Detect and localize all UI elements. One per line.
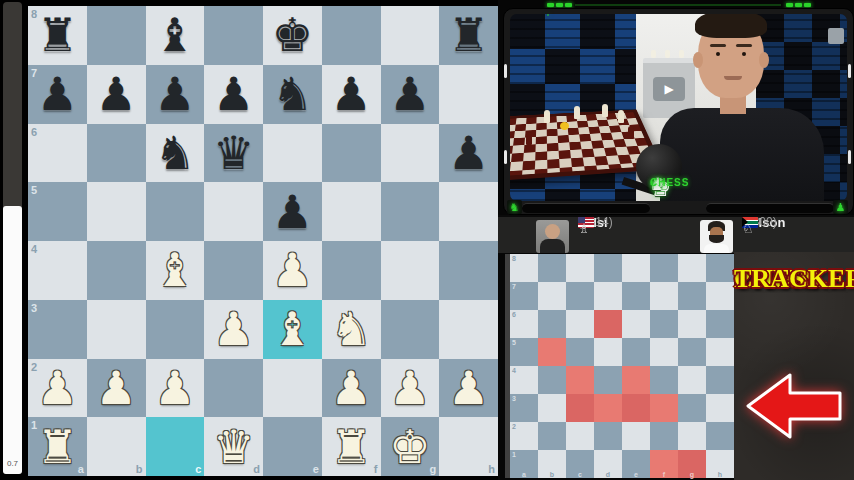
square-d3[interactable]: ♟ <box>204 300 263 359</box>
square-h8[interactable]: ♜ <box>439 6 498 65</box>
white-rook-f1: ♜ <box>322 417 381 476</box>
rank-label-5: 5 <box>31 184 37 196</box>
green-led-icon <box>786 3 793 7</box>
tracker-square-b3 <box>538 394 566 422</box>
square-h5[interactable] <box>439 182 498 241</box>
square-d5[interactable] <box>204 182 263 241</box>
eval-bar-white-fill <box>3 206 22 474</box>
captured-knight-icon: ♘ <box>742 222 754 235</box>
tracker-square-c3 <box>566 394 594 422</box>
tracker-square-a2: 2 <box>510 422 538 450</box>
black-pawn-a7: ♟ <box>28 65 87 124</box>
tracker-square-e2 <box>622 422 650 450</box>
tracker-square-g2 <box>678 422 706 450</box>
square-f1[interactable]: f♜ <box>322 417 381 476</box>
tracker-file-label-f: f <box>650 471 678 478</box>
tracker-square-f8 <box>650 254 678 282</box>
eval-value: 0.7 <box>3 459 22 468</box>
green-led-line <box>575 4 781 6</box>
square-f2[interactable]: ♟ <box>322 359 381 418</box>
tracker-square-c2 <box>566 422 594 450</box>
square-d4[interactable] <box>204 241 263 300</box>
black-pawn-g7: ♟ <box>381 65 440 124</box>
square-b5[interactable] <box>87 182 146 241</box>
black-pawn-h6: ♟ <box>439 124 498 183</box>
tracker-square-d1: d <box>594 450 622 478</box>
frame-dash <box>848 64 851 78</box>
tracker-rank-label-6: 6 <box>512 311 516 318</box>
red-arrow-left-icon <box>744 370 844 442</box>
streamer-eye <box>742 52 746 56</box>
tracker-panel: PITFALL CHESS TRACKER <box>734 252 854 480</box>
avatar-body <box>540 239 565 253</box>
square-f6[interactable] <box>322 124 381 183</box>
youtube-play-icon: ▶ <box>653 77 685 101</box>
green-led-icon <box>795 3 802 7</box>
tracker-square-e7 <box>622 282 650 310</box>
square-e2[interactable] <box>263 359 322 418</box>
tracker-square-d2 <box>594 422 622 450</box>
tracker-rank-label-4: 4 <box>512 367 516 374</box>
tracker-square-e3 <box>622 394 650 422</box>
square-c8[interactable]: ♝ <box>146 6 205 65</box>
square-g8[interactable] <box>381 6 440 65</box>
mini-trophy <box>665 50 670 58</box>
square-e3[interactable]: ♝ <box>263 300 322 359</box>
black-queen-d6: ♛ <box>204 124 263 183</box>
tracker-square-h2 <box>706 422 734 450</box>
square-h4[interactable] <box>439 241 498 300</box>
table-piece <box>602 104 608 117</box>
square-b2[interactable]: ♟ <box>87 359 146 418</box>
white-pawn-h2: ♟ <box>439 359 498 418</box>
square-c4[interactable]: ♝ <box>146 241 205 300</box>
green-led-icon <box>565 3 572 7</box>
square-g3[interactable] <box>381 300 440 359</box>
rank-label-3: 3 <box>31 302 37 314</box>
tracker-square-c6 <box>566 310 594 338</box>
green-led-icon <box>804 3 811 7</box>
square-g1[interactable]: g♚ <box>381 417 440 476</box>
file-label-h: h <box>488 463 495 475</box>
square-e1[interactable]: e <box>263 417 322 476</box>
avatar-shirt <box>704 244 729 253</box>
square-c7[interactable]: ♟ <box>146 65 205 124</box>
tracker-square-h4 <box>706 366 734 394</box>
square-a1[interactable]: 1a♜ <box>28 417 87 476</box>
pitfall-tracker-board: 87654321abcdefgh <box>510 254 734 478</box>
square-d1[interactable]: d♛ <box>204 417 263 476</box>
white-pawn-e4: ♟ <box>263 241 322 300</box>
green-led-icon <box>556 3 563 7</box>
tracker-square-f5 <box>650 338 678 366</box>
square-f4[interactable] <box>322 241 381 300</box>
streamer-badge: NM NELSON LOPEZ <box>547 14 549 16</box>
square-b7[interactable]: ♟ <box>87 65 146 124</box>
tracker-square-c1: c <box>566 450 594 478</box>
square-b8[interactable] <box>87 6 146 65</box>
black-pawn-d7: ♟ <box>204 65 263 124</box>
square-g7[interactable]: ♟ <box>381 65 440 124</box>
white-player-avatar <box>536 220 569 253</box>
black-player-avatar <box>700 220 733 253</box>
mini-trophy <box>651 50 656 58</box>
square-g4[interactable] <box>381 241 440 300</box>
logo-wordmark: CHESS <box>650 177 689 188</box>
square-d8[interactable] <box>204 6 263 65</box>
player-bar: nelsi (2314) ♗ Nelson (1300) <box>498 215 854 253</box>
square-h6[interactable]: ♟ <box>439 124 498 183</box>
tracker-square-a8: 8 <box>510 254 538 282</box>
tracker-square-c4 <box>566 366 594 394</box>
tracker-square-f7 <box>650 282 678 310</box>
avatar-beard <box>709 235 724 243</box>
white-rook-a1: ♜ <box>28 417 87 476</box>
black-rook-h8: ♜ <box>439 6 498 65</box>
square-g2[interactable]: ♟ <box>381 359 440 418</box>
file-label-e: e <box>313 463 319 475</box>
tracker-rank-label-2: 2 <box>512 423 516 430</box>
tracker-square-e1: e <box>622 450 650 478</box>
square-c6[interactable]: ♞ <box>146 124 205 183</box>
tracker-title-line: TRACKER <box>734 262 854 296</box>
tracker-square-b1: b <box>538 450 566 478</box>
tracker-square-h7 <box>706 282 734 310</box>
square-b6[interactable] <box>87 124 146 183</box>
black-pawn-c7: ♟ <box>146 65 205 124</box>
streamer-hair <box>695 14 767 38</box>
tracker-square-h8 <box>706 254 734 282</box>
square-e7[interactable]: ♞ <box>263 65 322 124</box>
square-f8[interactable] <box>322 6 381 65</box>
square-b3[interactable] <box>87 300 146 359</box>
tracker-file-label-g: g <box>678 471 706 478</box>
black-pawn-f7: ♟ <box>322 65 381 124</box>
white-pawn-c2: ♟ <box>146 359 205 418</box>
tracker-square-g1: g <box>678 450 706 478</box>
frame-dash <box>848 150 851 164</box>
tracker-file-label-e: e <box>622 471 650 478</box>
tracker-square-d5 <box>594 338 622 366</box>
square-d7[interactable]: ♟ <box>204 65 263 124</box>
black-knight-c6: ♞ <box>146 124 205 183</box>
white-pawn-b2: ♟ <box>87 359 146 418</box>
green-knight-icon: ♞ <box>507 200 522 214</box>
table-piece <box>628 126 634 139</box>
main-chess-board: 8♜♝♚♜7♟♟♟♟♞♟♟6♞♛♟5♟4♝♟3♟♝♞2♟♟♟♟♟♟1a♜bcd♛… <box>28 6 498 476</box>
tracker-square-h1: h <box>706 450 734 478</box>
streamer-mouth <box>724 76 742 80</box>
tracker-square-g4 <box>678 366 706 394</box>
webcam-video: ▶ <box>510 14 847 201</box>
square-h3[interactable] <box>439 300 498 359</box>
square-a8[interactable]: 8♜ <box>28 6 87 65</box>
square-d6[interactable]: ♛ <box>204 124 263 183</box>
table-piece <box>544 110 550 123</box>
streamer-eye <box>716 52 720 56</box>
white-bishop-e3: ♝ <box>263 300 322 359</box>
tracker-square-g7 <box>678 282 706 310</box>
tracker-square-e8 <box>622 254 650 282</box>
white-pawn-d3: ♟ <box>204 300 263 359</box>
white-knight-f3: ♞ <box>322 300 381 359</box>
frame-dash <box>504 150 507 164</box>
square-d2[interactable] <box>204 359 263 418</box>
square-c2[interactable]: ♟ <box>146 359 205 418</box>
square-a2[interactable]: 2♟ <box>28 359 87 418</box>
tracker-file-label-h: h <box>706 471 734 478</box>
tracker-square-b4 <box>538 366 566 394</box>
tracker-square-d6 <box>594 310 622 338</box>
white-pawn-a2: ♟ <box>28 359 87 418</box>
tracker-square-d8 <box>594 254 622 282</box>
frame-dash <box>504 64 507 78</box>
black-bishop-c8: ♝ <box>146 6 205 65</box>
tracker-square-d7 <box>594 282 622 310</box>
tracker-square-b5 <box>538 338 566 366</box>
tracker-file-label-d: d <box>594 471 622 478</box>
square-f7[interactable]: ♟ <box>322 65 381 124</box>
white-king-g1: ♚ <box>381 417 440 476</box>
wall-box <box>828 28 844 44</box>
square-b1[interactable]: b <box>87 417 146 476</box>
logo-chevron: › <box>650 177 654 188</box>
tracker-square-c8 <box>566 254 594 282</box>
square-c5[interactable] <box>146 182 205 241</box>
tracker-square-g8 <box>678 254 706 282</box>
square-e8[interactable]: ♚ <box>263 6 322 65</box>
black-pawn-e5: ♟ <box>263 182 322 241</box>
tracker-square-a5: 5 <box>510 338 538 366</box>
tracker-square-a7: 7 <box>510 282 538 310</box>
tracker-square-f6 <box>650 310 678 338</box>
square-a7[interactable]: 7♟ <box>28 65 87 124</box>
tracker-square-d3 <box>594 394 622 422</box>
tracker-square-f2 <box>650 422 678 450</box>
tracker-square-b6 <box>538 310 566 338</box>
tracker-file-label-c: c <box>566 471 594 478</box>
square-b4[interactable] <box>87 241 146 300</box>
tracker-square-b2 <box>538 422 566 450</box>
captured-bishop-icon: ♗ <box>578 222 590 235</box>
tracker-square-h5 <box>706 338 734 366</box>
square-a4[interactable]: 4 <box>28 241 87 300</box>
tracker-square-b8 <box>538 254 566 282</box>
streamer-ear <box>759 52 769 68</box>
stream-overlay: 0.7 8♜♝♚♜7♟♟♟♟♞♟♟6♞♛♟5♟4♝♟3♟♝♞2♟♟♟♟♟♟1a♜… <box>0 0 854 480</box>
tracker-square-b7 <box>538 282 566 310</box>
tracker-square-c7 <box>566 282 594 310</box>
rank-label-4: 4 <box>31 243 37 255</box>
square-a6[interactable]: 6 <box>28 124 87 183</box>
square-g6[interactable] <box>381 124 440 183</box>
file-label-c: c <box>195 463 201 475</box>
file-label-b: b <box>136 463 143 475</box>
streamer-eyebrow <box>736 44 752 47</box>
rubber-duck <box>560 122 569 130</box>
frame-slot <box>522 203 650 213</box>
white-pawn-f2: ♟ <box>322 359 381 418</box>
black-king-e8: ♚ <box>263 6 322 65</box>
tracker-square-f1: f <box>650 450 678 478</box>
tracker-square-e5 <box>622 338 650 366</box>
black-rook-a8: ♜ <box>28 6 87 65</box>
tracker-file-label-a: a <box>510 471 538 478</box>
table-piece <box>618 110 624 123</box>
square-c1[interactable]: c <box>146 417 205 476</box>
mini-trophy <box>679 50 684 58</box>
tracker-square-d4 <box>594 366 622 394</box>
green-led-icon <box>547 3 554 7</box>
square-h2[interactable]: ♟ <box>439 359 498 418</box>
tracker-square-a3: 3 <box>510 394 538 422</box>
tracker-rank-label-3: 3 <box>512 395 516 402</box>
tracker-square-g6 <box>678 310 706 338</box>
square-a5[interactable]: 5 <box>28 182 87 241</box>
rank-label-6: 6 <box>31 126 37 138</box>
white-bishop-c4: ♝ <box>146 241 205 300</box>
white-pawn-g2: ♟ <box>381 359 440 418</box>
tracker-square-e4 <box>622 366 650 394</box>
tracker-square-g5 <box>678 338 706 366</box>
tracker-square-a1: 1a <box>510 450 538 478</box>
black-pawn-b7: ♟ <box>87 65 146 124</box>
frame-slot <box>706 203 834 213</box>
tracker-square-a4: 4 <box>510 366 538 394</box>
tracker-square-e6 <box>622 310 650 338</box>
square-h7[interactable] <box>439 65 498 124</box>
tracker-rank-label-1: 1 <box>512 451 516 458</box>
square-e6[interactable] <box>263 124 322 183</box>
white-queen-d1: ♛ <box>204 417 263 476</box>
tracker-rank-label-8: 8 <box>512 255 516 262</box>
square-c3[interactable] <box>146 300 205 359</box>
tracker-square-h3 <box>706 394 734 422</box>
square-f5[interactable] <box>322 182 381 241</box>
square-a3[interactable]: 3 <box>28 300 87 359</box>
square-f3[interactable]: ♞ <box>322 300 381 359</box>
tracker-square-f4 <box>650 366 678 394</box>
avatar-head <box>545 224 560 239</box>
streamer-ear <box>693 52 703 68</box>
black-knight-e7: ♞ <box>263 65 322 124</box>
square-e4[interactable]: ♟ <box>263 241 322 300</box>
square-g5[interactable] <box>381 182 440 241</box>
table-piece <box>574 106 580 119</box>
square-h1[interactable]: h <box>439 417 498 476</box>
tracker-square-a6: 6 <box>510 310 538 338</box>
tracker-square-h6 <box>706 310 734 338</box>
tracker-file-label-b: b <box>538 471 566 478</box>
tracker-rank-label-5: 5 <box>512 339 516 346</box>
square-e5[interactable]: ♟ <box>263 182 322 241</box>
green-pawn-icon: ♟ <box>833 200 848 214</box>
tracker-square-g3 <box>678 394 706 422</box>
tracker-square-c5 <box>566 338 594 366</box>
tracker-square-f3 <box>650 394 678 422</box>
tracker-rank-label-7: 7 <box>512 283 516 290</box>
table-piece <box>526 132 532 145</box>
streamer-eyebrow <box>710 44 726 47</box>
